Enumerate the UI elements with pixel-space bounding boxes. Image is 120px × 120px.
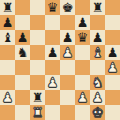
square-e8[interactable]: ♚ — [60, 0, 75, 15]
square-a7[interactable]: ♟ — [0, 15, 15, 30]
square-f7[interactable]: ♟ — [75, 15, 90, 30]
square-c4[interactable] — [30, 60, 45, 75]
white-pawn: ♟ — [107, 60, 119, 75]
square-a5[interactable] — [0, 45, 15, 60]
square-h7[interactable] — [105, 15, 120, 30]
square-f6[interactable]: ♛ — [75, 30, 90, 45]
square-a2[interactable]: ♟ — [0, 90, 15, 105]
black-pawn: ♟ — [107, 45, 119, 60]
black-bishop: ♝ — [2, 30, 14, 45]
square-h5[interactable]: ♟ — [105, 45, 120, 60]
square-a1[interactable] — [0, 105, 15, 120]
square-f5[interactable] — [75, 45, 90, 60]
square-b7[interactable] — [15, 15, 30, 30]
square-d5[interactable]: ♟ — [45, 45, 60, 60]
black-king: ♚ — [62, 0, 74, 15]
square-b8[interactable] — [15, 0, 30, 15]
white-king: ♚ — [92, 105, 104, 120]
square-g5[interactable]: ♝ — [90, 45, 105, 60]
square-c1[interactable]: ♜ — [30, 105, 45, 120]
black-knight: ♞ — [17, 45, 29, 60]
square-g6[interactable]: ♟ — [90, 30, 105, 45]
square-h6[interactable] — [105, 30, 120, 45]
black-rook: ♜ — [32, 90, 44, 105]
black-pawn: ♟ — [2, 15, 14, 30]
square-d4[interactable] — [45, 60, 60, 75]
square-h8[interactable] — [105, 0, 120, 15]
square-h4[interactable]: ♟ — [105, 60, 120, 75]
square-a8[interactable]: ♜ — [0, 0, 15, 15]
black-pawn: ♟ — [17, 30, 29, 45]
square-e1[interactable] — [60, 105, 75, 120]
square-f1[interactable] — [75, 105, 90, 120]
square-b6[interactable]: ♟ — [15, 30, 30, 45]
square-a3[interactable] — [0, 75, 15, 90]
square-b2[interactable] — [15, 90, 30, 105]
white-pawn: ♟ — [2, 90, 14, 105]
white-pawn: ♟ — [47, 75, 59, 90]
chess-board: ♜♛♚♜♟♟♝♟♟♛♟♞♟♟♝♟♟♟♞♟♜♟♟♜♚ — [0, 0, 120, 120]
black-pawn: ♟ — [47, 45, 59, 60]
square-d6[interactable] — [45, 30, 60, 45]
square-f2[interactable]: ♟ — [75, 90, 90, 105]
square-g4[interactable] — [90, 60, 105, 75]
white-knight: ♞ — [92, 75, 104, 90]
black-pawn: ♟ — [77, 15, 89, 30]
square-d8[interactable]: ♛ — [45, 0, 60, 15]
square-c3[interactable] — [30, 75, 45, 90]
square-c8[interactable] — [30, 0, 45, 15]
white-rook: ♜ — [32, 105, 44, 120]
square-e2[interactable] — [60, 90, 75, 105]
square-h1[interactable] — [105, 105, 120, 120]
square-g3[interactable]: ♞ — [90, 75, 105, 90]
square-c5[interactable] — [30, 45, 45, 60]
square-h3[interactable] — [105, 75, 120, 90]
square-f3[interactable] — [75, 75, 90, 90]
square-h2[interactable] — [105, 90, 120, 105]
square-c7[interactable] — [30, 15, 45, 30]
square-b5[interactable]: ♞ — [15, 45, 30, 60]
square-c2[interactable]: ♜ — [30, 90, 45, 105]
black-pawn: ♟ — [62, 30, 74, 45]
square-e6[interactable]: ♟ — [60, 30, 75, 45]
square-c6[interactable] — [30, 30, 45, 45]
square-g1[interactable]: ♚ — [90, 105, 105, 120]
square-g2[interactable]: ♟ — [90, 90, 105, 105]
square-d1[interactable] — [45, 105, 60, 120]
white-pawn: ♟ — [77, 90, 89, 105]
square-f8[interactable] — [75, 0, 90, 15]
black-pawn: ♟ — [92, 30, 104, 45]
square-a4[interactable] — [0, 60, 15, 75]
square-e4[interactable] — [60, 60, 75, 75]
square-g8[interactable]: ♜ — [90, 0, 105, 15]
white-pawn: ♟ — [92, 90, 104, 105]
square-a6[interactable]: ♝ — [0, 30, 15, 45]
black-queen: ♛ — [77, 30, 89, 45]
square-g7[interactable] — [90, 15, 105, 30]
black-queen: ♛ — [47, 0, 59, 15]
square-d7[interactable] — [45, 15, 60, 30]
white-pawn: ♟ — [62, 45, 74, 60]
square-f4[interactable] — [75, 60, 90, 75]
black-rook: ♜ — [92, 0, 104, 15]
square-d2[interactable] — [45, 90, 60, 105]
square-e3[interactable] — [60, 75, 75, 90]
square-e5[interactable]: ♟ — [60, 45, 75, 60]
square-e7[interactable] — [60, 15, 75, 30]
square-d3[interactable]: ♟ — [45, 75, 60, 90]
square-b1[interactable] — [15, 105, 30, 120]
black-rook: ♜ — [2, 0, 14, 15]
square-b3[interactable] — [15, 75, 30, 90]
square-b4[interactable] — [15, 60, 30, 75]
white-bishop: ♝ — [92, 45, 104, 60]
